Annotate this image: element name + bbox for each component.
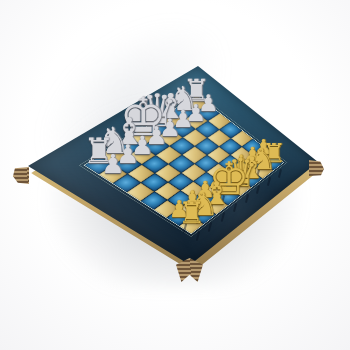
board-foot-right — [309, 160, 324, 176]
chess-set-photo: ♜♞♝♛♚♝♞♜♟♟♟♟♟♟♟♟♟♟♟♟♟♟♟♟♜♞♝♛♚♝♞♜ — [0, 0, 350, 350]
chess-board-grid — [83, 95, 284, 234]
board-foot-left — [13, 167, 29, 184]
